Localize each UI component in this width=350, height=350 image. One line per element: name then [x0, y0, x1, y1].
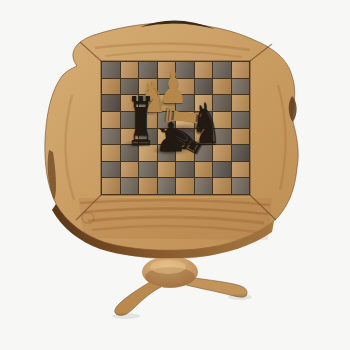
board-square-f1	[195, 178, 213, 194]
pedestal-hub-highlight	[150, 260, 186, 274]
board-square-a4	[102, 129, 120, 145]
board-square-c4	[139, 129, 157, 145]
board-square-c1	[139, 178, 157, 194]
board-square-d2	[158, 162, 176, 178]
board-square-f6	[195, 95, 213, 111]
board-square-b6	[121, 95, 139, 111]
board-square-g3	[213, 145, 231, 161]
board-square-g8	[213, 62, 231, 78]
board-square-e3	[176, 145, 194, 161]
foot-shadow-left	[112, 313, 140, 319]
board-square-b3	[121, 145, 139, 161]
chess-board	[101, 61, 250, 195]
bottom-margin-tint	[78, 198, 272, 240]
board-square-c3	[139, 145, 157, 161]
board-square-e1	[176, 178, 194, 194]
board-square-g2	[213, 162, 231, 178]
board-square-b5	[121, 112, 139, 128]
board-square-f5	[195, 112, 213, 128]
board-square-a8	[102, 62, 120, 78]
board-square-g7	[213, 79, 231, 95]
board-square-d6	[158, 95, 176, 111]
board-square-f7	[195, 79, 213, 95]
board-square-e5	[176, 112, 194, 128]
board-square-e8	[176, 62, 194, 78]
board-square-c2	[139, 162, 157, 178]
board-square-d1	[158, 178, 176, 194]
board-square-c8	[139, 62, 157, 78]
board-square-h8	[232, 62, 250, 78]
board-square-b4	[121, 129, 139, 145]
board-square-f4	[195, 129, 213, 145]
board-square-e2	[176, 162, 194, 178]
board-square-d5	[158, 112, 176, 128]
board-square-c6	[139, 95, 157, 111]
chess-table-photo: ♟♞♜♚♞♜♟	[0, 0, 350, 350]
board-square-h3	[232, 145, 250, 161]
board-square-d8	[158, 62, 176, 78]
foot-shadow-right	[228, 294, 252, 300]
board-square-h7	[232, 79, 250, 95]
board-square-g5	[213, 112, 231, 128]
board-square-c5	[139, 112, 157, 128]
table-leg-left	[115, 282, 161, 315]
board-square-a5	[102, 112, 120, 128]
board-square-f2	[195, 162, 213, 178]
board-square-b2	[121, 162, 139, 178]
board-square-e6	[176, 95, 194, 111]
board-square-b7	[121, 79, 139, 95]
board-square-g6	[213, 95, 231, 111]
board-square-g4	[213, 129, 231, 145]
board-square-a7	[102, 79, 120, 95]
board-square-f8	[195, 62, 213, 78]
board-square-h6	[232, 95, 250, 111]
board-square-b1	[121, 178, 139, 194]
board-square-e4	[176, 129, 194, 145]
board-square-h4	[232, 129, 250, 145]
board-square-h2	[232, 162, 250, 178]
board-square-h5	[232, 112, 250, 128]
board-square-d7	[158, 79, 176, 95]
board-square-a3	[102, 145, 120, 161]
board-square-a6	[102, 95, 120, 111]
board-square-d3	[158, 145, 176, 161]
board-square-f3	[195, 145, 213, 161]
board-square-c7	[139, 79, 157, 95]
board-square-d4	[158, 129, 176, 145]
board-square-h1	[232, 178, 250, 194]
board-square-e7	[176, 79, 194, 95]
board-square-b8	[121, 62, 139, 78]
board-square-a1	[102, 178, 120, 194]
board-square-g1	[213, 178, 231, 194]
board-square-a2	[102, 162, 120, 178]
